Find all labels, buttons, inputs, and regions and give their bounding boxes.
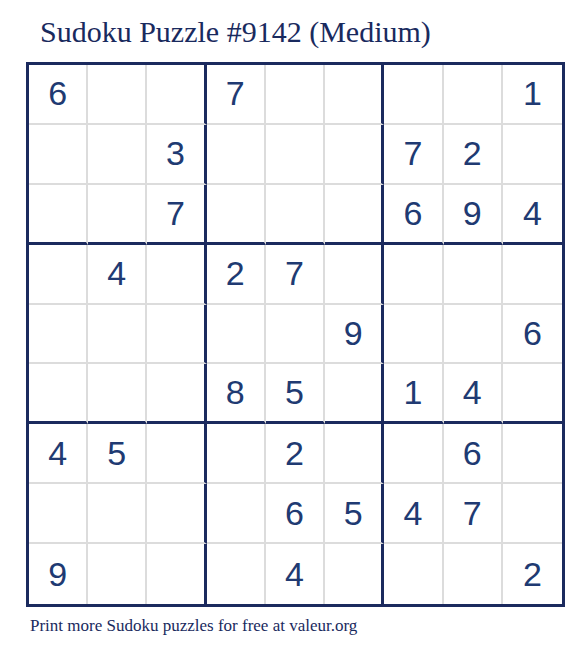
sudoku-cell-r3c2 [88, 185, 147, 245]
sudoku-cell-r6c5: 5 [266, 364, 325, 424]
sudoku-cell-r9c2 [88, 544, 147, 604]
sudoku-cell-r5c1 [29, 305, 88, 365]
sudoku-cell-r5c6: 9 [325, 305, 384, 365]
sudoku-cell-r6c7: 1 [384, 364, 443, 424]
sudoku-cell-r5c7 [384, 305, 443, 365]
sudoku-cell-r8c9 [503, 484, 562, 544]
sudoku-cell-r4c5: 7 [266, 245, 325, 305]
sudoku-cell-r4c1 [29, 245, 88, 305]
sudoku-page: Sudoku Puzzle #9142 (Medium) 67137276944… [0, 0, 574, 651]
sudoku-cell-r6c8: 4 [444, 364, 503, 424]
sudoku-cell-r4c7 [384, 245, 443, 305]
sudoku-cell-r1c3 [147, 65, 206, 125]
sudoku-cell-r3c3: 7 [147, 185, 206, 245]
sudoku-cell-r8c6: 5 [325, 484, 384, 544]
sudoku-cell-r8c8: 7 [444, 484, 503, 544]
sudoku-cell-r8c4 [207, 484, 266, 544]
page-title: Sudoku Puzzle #9142 (Medium) [40, 14, 431, 50]
sudoku-board: 671372769442796851445266547942 [26, 62, 565, 607]
sudoku-cell-r1c4: 7 [207, 65, 266, 125]
sudoku-cell-r4c9 [503, 245, 562, 305]
sudoku-cell-r3c9: 4 [503, 185, 562, 245]
sudoku-cell-r3c4 [207, 185, 266, 245]
sudoku-cell-r8c2 [88, 484, 147, 544]
sudoku-cell-r7c2: 5 [88, 424, 147, 484]
sudoku-cell-r4c8 [444, 245, 503, 305]
sudoku-cell-r3c7: 6 [384, 185, 443, 245]
sudoku-cell-r4c3 [147, 245, 206, 305]
footer-text: Print more Sudoku puzzles for free at va… [30, 615, 357, 637]
sudoku-cell-r9c9: 2 [503, 544, 562, 604]
sudoku-cell-r9c8 [444, 544, 503, 604]
sudoku-cell-r4c2: 4 [88, 245, 147, 305]
sudoku-cell-r7c4 [207, 424, 266, 484]
sudoku-cell-r7c5: 2 [266, 424, 325, 484]
sudoku-cell-r1c6 [325, 65, 384, 125]
sudoku-cell-r1c2 [88, 65, 147, 125]
sudoku-cell-r5c3 [147, 305, 206, 365]
sudoku-cell-r8c5: 6 [266, 484, 325, 544]
sudoku-cell-r2c2 [88, 125, 147, 185]
sudoku-cell-r2c3: 3 [147, 125, 206, 185]
sudoku-cell-r9c4 [207, 544, 266, 604]
sudoku-cell-r7c7 [384, 424, 443, 484]
sudoku-cell-r7c6 [325, 424, 384, 484]
sudoku-cell-r4c6 [325, 245, 384, 305]
sudoku-cell-r8c7: 4 [384, 484, 443, 544]
sudoku-cell-r7c1: 4 [29, 424, 88, 484]
sudoku-cell-r5c5 [266, 305, 325, 365]
sudoku-cell-r1c1: 6 [29, 65, 88, 125]
sudoku-cell-r1c7 [384, 65, 443, 125]
sudoku-cell-r8c1 [29, 484, 88, 544]
sudoku-cell-r1c5 [266, 65, 325, 125]
sudoku-cell-r3c5 [266, 185, 325, 245]
sudoku-cell-r3c6 [325, 185, 384, 245]
sudoku-cell-r7c3 [147, 424, 206, 484]
sudoku-cell-r9c6 [325, 544, 384, 604]
sudoku-cell-r6c9 [503, 364, 562, 424]
sudoku-cell-r5c8 [444, 305, 503, 365]
sudoku-cell-r5c2 [88, 305, 147, 365]
sudoku-cell-r2c9 [503, 125, 562, 185]
sudoku-cell-r5c9: 6 [503, 305, 562, 365]
sudoku-cell-r2c5 [266, 125, 325, 185]
sudoku-cell-r2c4 [207, 125, 266, 185]
sudoku-cell-r1c8 [444, 65, 503, 125]
sudoku-cell-r2c7: 7 [384, 125, 443, 185]
sudoku-cell-r7c9 [503, 424, 562, 484]
sudoku-cell-r8c3 [147, 484, 206, 544]
sudoku-cell-r6c3 [147, 364, 206, 424]
sudoku-cell-r6c2 [88, 364, 147, 424]
sudoku-cell-r3c1 [29, 185, 88, 245]
sudoku-cell-r2c8: 2 [444, 125, 503, 185]
sudoku-cell-r2c6 [325, 125, 384, 185]
sudoku-cell-r6c6 [325, 364, 384, 424]
sudoku-cell-r1c9: 1 [503, 65, 562, 125]
sudoku-cell-r6c1 [29, 364, 88, 424]
sudoku-cell-r6c4: 8 [207, 364, 266, 424]
sudoku-cell-r5c4 [207, 305, 266, 365]
sudoku-cell-r9c5: 4 [266, 544, 325, 604]
sudoku-cell-r2c1 [29, 125, 88, 185]
sudoku-cell-r9c1: 9 [29, 544, 88, 604]
sudoku-cell-r4c4: 2 [207, 245, 266, 305]
sudoku-cell-r7c8: 6 [444, 424, 503, 484]
sudoku-cell-r3c8: 9 [444, 185, 503, 245]
sudoku-cell-r9c7 [384, 544, 443, 604]
sudoku-cell-r9c3 [147, 544, 206, 604]
